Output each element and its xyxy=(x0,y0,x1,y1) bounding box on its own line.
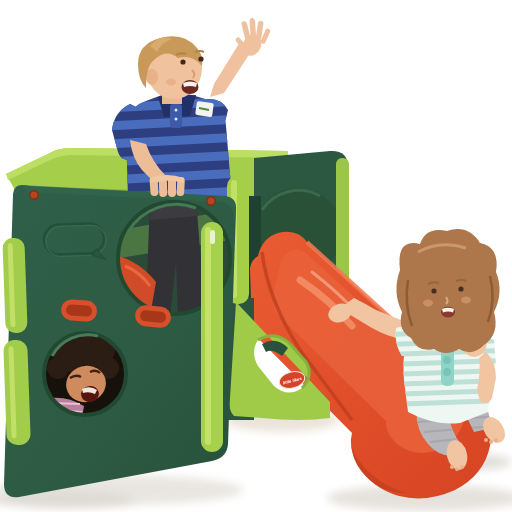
rail-slot xyxy=(210,230,215,244)
rivet-right xyxy=(207,197,215,205)
girl-brow-right xyxy=(456,280,466,281)
girl-cheek-right xyxy=(461,297,471,304)
boy-cheek xyxy=(166,79,176,86)
boy-placket xyxy=(170,104,182,128)
boy-brow-right xyxy=(195,51,204,52)
play-gym-illustration: little tikes xyxy=(0,0,512,512)
girl-eye-left xyxy=(431,288,436,293)
girl-cheek-left xyxy=(423,300,433,307)
rivet-left xyxy=(30,191,38,199)
boy-eye-right xyxy=(198,56,203,61)
boy-ear xyxy=(146,69,158,85)
product-photo-scene: little tikes xyxy=(0,0,512,512)
panel-lime-rail-highlight xyxy=(205,227,211,445)
left-clip-lower xyxy=(3,340,31,446)
panel-lime-rail xyxy=(201,222,223,452)
girl-eye-right xyxy=(458,286,463,291)
girl-hair xyxy=(396,229,499,353)
boy-eye-left xyxy=(180,59,185,64)
cube-front-panel xyxy=(2,185,236,497)
panel-handle-left xyxy=(60,299,97,322)
